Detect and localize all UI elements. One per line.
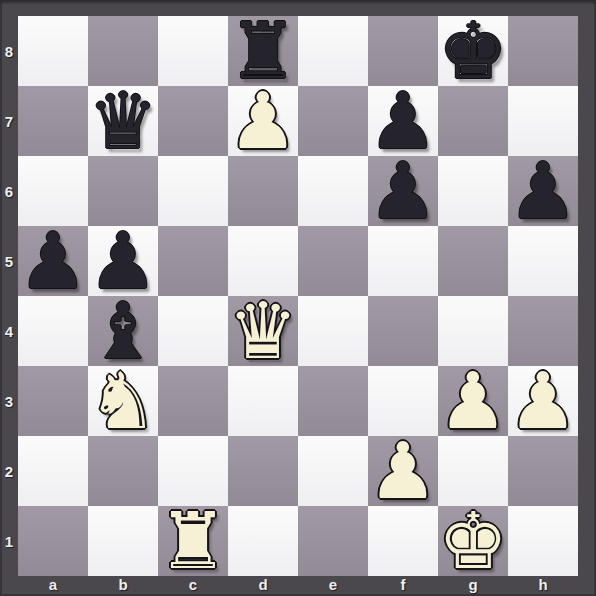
square-g1[interactable]: ♚ [438,506,508,576]
piece-white-pawn[interactable]: ♟ [228,86,298,156]
rank-label-5: 5 [0,226,18,296]
square-g7[interactable] [438,86,508,156]
rank-labels: 87654321 [0,16,18,576]
piece-white-queen[interactable]: ♛ [228,296,298,366]
chess-board-frame: 87654321 ♜♚♛♟♟♟♟♟♟♝♛♞♟♟♟♜♚ abcdefgh [0,0,596,596]
square-e4[interactable] [298,296,368,366]
piece-white-rook[interactable]: ♜ [158,506,228,576]
file-label-d: d [228,576,298,596]
square-c7[interactable] [158,86,228,156]
piece-white-pawn[interactable]: ♟ [508,366,578,436]
square-f5[interactable] [368,226,438,296]
square-d4[interactable]: ♛ [228,296,298,366]
square-h6[interactable]: ♟ [508,156,578,226]
square-c5[interactable] [158,226,228,296]
square-d3[interactable] [228,366,298,436]
square-b3[interactable]: ♞ [88,366,158,436]
square-h3[interactable]: ♟ [508,366,578,436]
square-e3[interactable] [298,366,368,436]
file-label-b: b [88,576,158,596]
file-label-g: g [438,576,508,596]
file-label-a: a [18,576,88,596]
piece-white-pawn[interactable]: ♟ [438,366,508,436]
square-e7[interactable] [298,86,368,156]
square-d1[interactable] [228,506,298,576]
square-h5[interactable] [508,226,578,296]
square-e8[interactable] [298,16,368,86]
file-label-f: f [368,576,438,596]
square-a2[interactable] [18,436,88,506]
square-b1[interactable] [88,506,158,576]
square-d7[interactable]: ♟ [228,86,298,156]
square-f6[interactable]: ♟ [368,156,438,226]
square-a5[interactable]: ♟ [18,226,88,296]
square-f4[interactable] [368,296,438,366]
square-e6[interactable] [298,156,368,226]
file-labels: abcdefgh [18,576,578,596]
square-b2[interactable] [88,436,158,506]
piece-white-king[interactable]: ♚ [438,506,508,576]
file-label-c: c [158,576,228,596]
square-g3[interactable]: ♟ [438,366,508,436]
square-a4[interactable] [18,296,88,366]
piece-black-pawn[interactable]: ♟ [18,226,88,296]
square-c6[interactable] [158,156,228,226]
square-d2[interactable] [228,436,298,506]
square-b7[interactable]: ♛ [88,86,158,156]
square-c4[interactable] [158,296,228,366]
rank-label-6: 6 [0,156,18,226]
piece-black-pawn[interactable]: ♟ [368,156,438,226]
rank-label-8: 8 [0,16,18,86]
square-c1[interactable]: ♜ [158,506,228,576]
piece-black-king[interactable]: ♚ [438,16,508,86]
square-c8[interactable] [158,16,228,86]
square-h8[interactable] [508,16,578,86]
square-e2[interactable] [298,436,368,506]
piece-white-pawn[interactable]: ♟ [368,436,438,506]
square-c3[interactable] [158,366,228,436]
square-h1[interactable] [508,506,578,576]
file-label-h: h [508,576,578,596]
square-f2[interactable]: ♟ [368,436,438,506]
square-a7[interactable] [18,86,88,156]
chess-board: ♜♚♛♟♟♟♟♟♟♝♛♞♟♟♟♜♚ [18,16,578,576]
piece-white-knight[interactable]: ♞ [88,366,158,436]
square-e5[interactable] [298,226,368,296]
rank-label-4: 4 [0,296,18,366]
square-g6[interactable] [438,156,508,226]
rank-label-1: 1 [0,506,18,576]
rank-label-7: 7 [0,86,18,156]
piece-black-pawn[interactable]: ♟ [508,156,578,226]
rank-label-2: 2 [0,436,18,506]
square-d6[interactable] [228,156,298,226]
piece-black-queen[interactable]: ♛ [88,86,158,156]
rank-label-3: 3 [0,366,18,436]
square-a1[interactable] [18,506,88,576]
square-g5[interactable] [438,226,508,296]
file-label-e: e [298,576,368,596]
square-f1[interactable] [368,506,438,576]
square-a8[interactable] [18,16,88,86]
square-h2[interactable] [508,436,578,506]
square-a3[interactable] [18,366,88,436]
square-e1[interactable] [298,506,368,576]
square-g8[interactable]: ♚ [438,16,508,86]
